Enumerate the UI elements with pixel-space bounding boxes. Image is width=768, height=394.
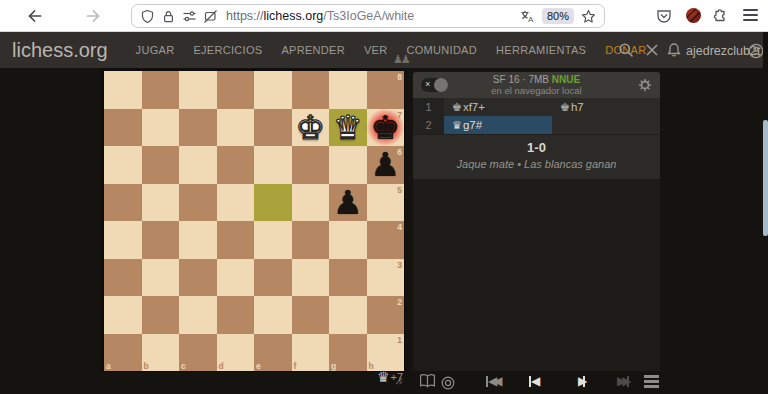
square-g4[interactable]	[329, 221, 367, 259]
square-f1[interactable]: f	[292, 334, 330, 372]
nav-item-aprender[interactable]: APRENDER	[281, 44, 345, 56]
square-d6[interactable]	[217, 146, 255, 184]
material-advantage: ♛ +7	[377, 370, 403, 384]
engine-location: en el navegador local	[413, 86, 660, 96]
url-scheme: https://	[226, 9, 264, 23]
file-label-f: f	[294, 361, 297, 371]
rank-label-5: 5	[397, 185, 402, 195]
square-a4[interactable]	[104, 221, 142, 259]
scrollbar-thumb[interactable]	[763, 120, 768, 236]
shield-icon[interactable]	[140, 9, 155, 24]
rank-label-1: 1	[397, 335, 402, 345]
extensions-puzzle-icon[interactable]	[712, 8, 728, 24]
square-f3[interactable]	[292, 259, 330, 297]
square-c1[interactable]: c	[179, 334, 217, 372]
square-a7[interactable]	[104, 109, 142, 147]
square-e4[interactable]	[254, 221, 292, 259]
square-e3[interactable]	[254, 259, 292, 297]
browser-toolbar: https://lichess.org/Ts3IoGeA/white A 80%	[0, 0, 768, 32]
file-label-b: b	[144, 361, 149, 371]
square-d2[interactable]	[217, 296, 255, 334]
square-f4[interactable]	[292, 221, 330, 259]
move-text: g7#	[463, 119, 482, 131]
rank-label-3: 3	[397, 260, 402, 270]
move-number-2: 2	[413, 116, 444, 134]
chess-board[interactable]: 8♚♛♚7♟6♟5432abcdefg1h	[104, 71, 404, 371]
user-avatar-icon[interactable]	[748, 43, 764, 59]
square-g3[interactable]	[329, 259, 367, 297]
square-c7[interactable]	[179, 109, 217, 147]
nav-item-jugar[interactable]: JUGAR	[136, 44, 175, 56]
pawns-icon: ♟♟	[393, 53, 409, 66]
square-h7[interactable]: ♚7	[367, 109, 405, 147]
file-label-c: c	[181, 361, 186, 371]
square-d8[interactable]	[217, 71, 255, 109]
rank-label-7: 7	[397, 110, 402, 120]
square-e7[interactable]	[254, 109, 292, 147]
queen-icon: ♛	[377, 370, 390, 384]
move-Kh7[interactable]: ♚h7	[552, 98, 660, 116]
square-a2[interactable]	[104, 296, 142, 334]
square-b1[interactable]: b	[142, 334, 180, 372]
page-scrollbar[interactable]	[763, 32, 768, 394]
result-comment: Jaque mate • Las blancas ganan	[413, 158, 660, 170]
file-label-h: h	[369, 361, 374, 371]
close-icon[interactable]	[644, 42, 660, 58]
square-c4[interactable]	[179, 221, 217, 259]
move-text: h7	[571, 101, 584, 113]
square-d4[interactable]	[217, 221, 255, 259]
square-h4[interactable]: 4	[367, 221, 405, 259]
square-c8[interactable]	[179, 71, 217, 109]
go-to-end-button[interactable]: ▶▶	[617, 372, 629, 390]
square-b2[interactable]	[142, 296, 180, 334]
bell-icon[interactable]	[666, 42, 682, 58]
square-a8[interactable]	[104, 71, 142, 109]
square-b4[interactable]	[142, 221, 180, 259]
square-e2[interactable]	[254, 296, 292, 334]
result-score: 1-0	[413, 140, 660, 155]
rank-label-6: 6	[397, 147, 402, 157]
game-result: 1-0 Jaque mate • Las blancas ganan	[413, 134, 660, 179]
site-header: lichess.org JUGAREJERCICIOSAPRENDERVERCO…	[0, 32, 768, 68]
square-d3[interactable]	[217, 259, 255, 297]
analysis-menu-icon[interactable]	[644, 375, 659, 393]
square-g8[interactable]	[329, 71, 367, 109]
square-h8[interactable]: 8	[367, 71, 405, 109]
rank-label-8: 8	[397, 72, 402, 82]
rank-label-4: 4	[397, 222, 402, 232]
square-e6[interactable]	[254, 146, 292, 184]
nav-item-ejercicios[interactable]: EJERCICIOS	[193, 44, 262, 56]
square-b8[interactable]	[142, 71, 180, 109]
piece-letter-icon: ♚	[560, 101, 570, 114]
square-c2[interactable]	[179, 296, 217, 334]
move-empty	[552, 116, 660, 134]
pocket-icon[interactable]	[656, 8, 672, 24]
move-number-1: 1	[413, 98, 444, 116]
square-f5[interactable]	[292, 184, 330, 222]
search-icon[interactable]	[618, 42, 634, 58]
site-logo[interactable]: lichess.org	[12, 39, 108, 62]
engine-bar: × SF 16 · 7MB NNUE en el navegador local	[413, 72, 660, 98]
rank-label-2: 2	[397, 297, 402, 307]
engine-nnue-badge: NNUE	[552, 74, 580, 85]
file-label-g: g	[331, 361, 336, 371]
square-g2[interactable]	[329, 296, 367, 334]
white-queen: ♛	[329, 109, 367, 147]
square-d7[interactable]	[217, 109, 255, 147]
square-c3[interactable]	[179, 259, 217, 297]
square-h1[interactable]: 1h	[367, 334, 405, 372]
translate-icon[interactable]: A	[520, 9, 535, 24]
square-d1[interactable]: d	[217, 334, 255, 372]
square-b6[interactable]	[142, 146, 180, 184]
square-f7[interactable]: ♚	[292, 109, 330, 147]
square-d5[interactable]	[217, 184, 255, 222]
back-icon[interactable]	[26, 7, 44, 25]
nav-item-ver[interactable]: VER	[364, 44, 388, 56]
square-c6[interactable]	[179, 146, 217, 184]
go-to-start-button[interactable]: ◀◀	[486, 372, 498, 390]
square-a3[interactable]	[104, 259, 142, 297]
black-pawn: ♟	[329, 184, 367, 222]
opening-book-icon[interactable]	[419, 372, 436, 390]
square-a1[interactable]: a	[104, 334, 142, 372]
extension-red-icon[interactable]	[686, 8, 701, 23]
square-h3[interactable]: 3	[367, 259, 405, 297]
move-text: xf7+	[463, 101, 485, 113]
file-label-d: d	[219, 361, 224, 371]
square-g5[interactable]: ♟	[329, 184, 367, 222]
previous-move-button[interactable]: ◀	[529, 372, 536, 390]
piece-letter-icon: ♚	[452, 101, 462, 114]
material-value: +7	[391, 371, 404, 383]
square-c5[interactable]	[179, 184, 217, 222]
square-f6[interactable]	[292, 146, 330, 184]
square-g6[interactable]	[329, 146, 367, 184]
forward-icon[interactable]	[84, 7, 102, 25]
square-g1[interactable]: g	[329, 334, 367, 372]
zoom-badge[interactable]: 80%	[542, 8, 574, 24]
nav-item-comunidad[interactable]: COMUNIDAD	[406, 44, 477, 56]
square-f8[interactable]	[292, 71, 330, 109]
square-b5[interactable]	[142, 184, 180, 222]
white-king: ♚	[292, 109, 330, 147]
move-Qg7#[interactable]: ♛g7#	[444, 116, 552, 134]
browser-menu-icon[interactable]	[743, 9, 758, 22]
svg-text:A: A	[528, 15, 534, 24]
move-list: 1♚xf7+♚h72♛g7#	[413, 98, 660, 134]
engine-info: SF 16 · 7MB NNUE en el navegador local	[413, 75, 660, 96]
next-move-button[interactable]: ▶	[578, 372, 585, 390]
page: https://lichess.org/Ts3IoGeA/white A 80%…	[0, 0, 768, 394]
square-h2[interactable]: 2	[367, 296, 405, 334]
autoplay-blocked-icon[interactable]	[203, 9, 218, 24]
nav-item-herramientas[interactable]: HERRAMIENTAS	[496, 44, 586, 56]
square-e1[interactable]: e	[254, 334, 292, 372]
square-h5[interactable]: 5	[367, 184, 405, 222]
analysis-panel: × SF 16 · 7MB NNUE en el navegador local…	[413, 72, 660, 371]
url-domain: lichess.org	[264, 9, 324, 23]
gear-icon[interactable]	[638, 78, 652, 92]
move-Kxf7+[interactable]: ♚xf7+	[444, 98, 552, 116]
square-b3[interactable]	[142, 259, 180, 297]
file-label-e: e	[256, 361, 261, 371]
square-a6[interactable]	[104, 146, 142, 184]
practice-target-icon[interactable]	[441, 374, 455, 392]
lock-icon[interactable]	[161, 9, 176, 24]
url-path: /Ts3IoGeA/white	[323, 9, 414, 23]
file-label-a: a	[106, 361, 111, 371]
square-e8[interactable]	[254, 71, 292, 109]
piece-letter-icon: ♛	[452, 119, 462, 132]
square-b7[interactable]	[142, 109, 180, 147]
square-g7[interactable]: ♛	[329, 109, 367, 147]
square-e5[interactable]	[254, 184, 292, 222]
url-bar[interactable]: https://lichess.org/Ts3IoGeA/white A 80%	[131, 4, 605, 28]
square-h6[interactable]: ♟6	[367, 146, 405, 184]
move-list-empty-area	[413, 179, 660, 371]
square-f2[interactable]	[292, 296, 330, 334]
square-a5[interactable]	[104, 184, 142, 222]
engine-name: SF 16 · 7MB	[493, 74, 549, 85]
url-text[interactable]: https://lichess.org/Ts3IoGeA/white	[226, 9, 517, 23]
bookmark-star-icon[interactable]	[581, 9, 596, 24]
main-nav: JUGAREJERCICIOSAPRENDERVERCOMUNIDADHERRA…	[136, 44, 647, 56]
permissions-icon[interactable]	[182, 9, 197, 24]
